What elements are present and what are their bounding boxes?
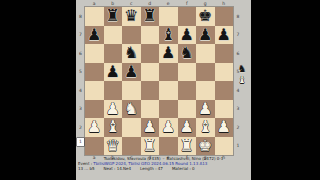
rank-label-7: 7 — [77, 26, 85, 45]
white-to-move-indicator: 1 — [76, 137, 85, 147]
square-f5 — [178, 63, 197, 82]
black-bishop-e7: ♝ — [161, 27, 175, 43]
square-d2: ♟ — [141, 118, 160, 137]
white-pawn-d2: ♟ — [143, 119, 157, 135]
rank-label-1: 1 — [234, 137, 242, 156]
square-b3: ♟ — [104, 100, 123, 119]
square-a4 — [85, 81, 104, 100]
square-h8 — [215, 7, 234, 26]
square-c4 — [122, 81, 141, 100]
file-label-b: b — [104, 1, 123, 7]
square-a7: ♟ — [85, 26, 104, 45]
black-pawn-a7: ♟ — [87, 27, 101, 43]
square-a1 — [85, 137, 104, 156]
square-e7: ♝ — [159, 26, 178, 45]
black-queen-c8: ♛ — [124, 8, 138, 24]
square-g3: ♟ — [196, 100, 215, 119]
rank-labels-left: 87654321 — [77, 7, 85, 155]
square-a2: ♟ — [85, 118, 104, 137]
square-e5 — [159, 63, 178, 82]
square-g8: ♚ — [196, 7, 215, 26]
square-a5 — [85, 63, 104, 82]
square-h5 — [215, 63, 234, 82]
square-b2: ♝ — [104, 118, 123, 137]
black-pawn-e6: ♟ — [161, 45, 175, 61]
white-queen-b1: ♛ — [106, 138, 120, 154]
black-pawn-g7: ♟ — [198, 27, 212, 43]
captured-black-knight-icon: ♞ — [238, 64, 247, 74]
square-c2 — [122, 118, 141, 137]
rank-label-3: 3 — [77, 100, 85, 119]
white-pawn-f2: ♟ — [180, 119, 194, 135]
square-e8 — [159, 7, 178, 26]
square-g5 — [196, 63, 215, 82]
square-f2: ♟ — [178, 118, 197, 137]
rank-label-6: 6 — [234, 44, 242, 63]
left-letterbox — [0, 0, 76, 180]
square-h2: ♟ — [215, 118, 234, 137]
square-g2: ♝ — [196, 118, 215, 137]
square-d3 — [141, 100, 160, 119]
rank-label-5: 5 — [77, 63, 85, 82]
white-pawn-b3: ♟ — [106, 101, 120, 117]
square-g4 — [196, 81, 215, 100]
white-pawn-h2: ♟ — [217, 119, 231, 135]
file-label-c: c — [122, 1, 141, 7]
file-label-d: d — [141, 1, 160, 7]
square-b6 — [104, 44, 123, 63]
black-rook-b8: ♜ — [106, 8, 120, 24]
file-label-e: e — [159, 1, 178, 7]
rank-label-8: 8 — [77, 7, 85, 26]
square-b5: ♟ — [104, 63, 123, 82]
square-h7: ♟ — [215, 26, 234, 45]
square-e2: ♟ — [159, 118, 178, 137]
white-rook-f1: ♜ — [180, 138, 194, 154]
square-d1: ♜ — [141, 137, 160, 156]
square-a3 — [85, 100, 104, 119]
white-pawn-a2: ♟ — [87, 119, 101, 135]
square-c3: ♞ — [122, 100, 141, 119]
square-g7: ♟ — [196, 26, 215, 45]
square-c7 — [122, 26, 141, 45]
captured-white-bishop-icon: ♝ — [238, 75, 247, 85]
square-e4 — [159, 81, 178, 100]
file-labels-top: abcdefgh — [85, 1, 233, 7]
square-f3 — [178, 100, 197, 119]
rank-label-2: 2 — [234, 118, 242, 137]
square-h4 — [215, 81, 234, 100]
square-c8: ♛ — [122, 7, 141, 26]
file-label-f: f — [178, 1, 197, 7]
square-b7 — [104, 26, 123, 45]
square-c6: ♞ — [122, 44, 141, 63]
square-h3 — [215, 100, 234, 119]
square-f4 — [178, 81, 197, 100]
file-label-g: g — [196, 1, 215, 7]
square-e1 — [159, 137, 178, 156]
rank-label-7: 7 — [234, 26, 242, 45]
square-e6: ♟ — [159, 44, 178, 63]
white-bishop-b2: ♝ — [106, 119, 120, 135]
square-b8: ♜ — [104, 7, 123, 26]
material-balance: Material : 0 — [172, 166, 195, 171]
game-caption: Tsolakidou, Stavroula (2435)–Batsiashvil… — [76, 156, 251, 171]
black-knight-f6: ♞ — [180, 45, 194, 61]
black-king-g8: ♚ — [198, 8, 212, 24]
square-h1 — [215, 137, 234, 156]
next-move: Next : 14.Ne4 — [104, 166, 132, 171]
white-king-g1: ♚ — [198, 138, 212, 154]
file-label-a: a — [85, 1, 104, 7]
square-b1: ♛ — [104, 137, 123, 156]
square-f1: ♜ — [178, 137, 197, 156]
square-d4 — [141, 81, 160, 100]
square-d5 — [141, 63, 160, 82]
file-label-h: h — [215, 1, 234, 7]
black-pawn-c5: ♟ — [124, 64, 138, 80]
rank-label-2: 2 — [77, 118, 85, 137]
black-rook-d8: ♜ — [143, 8, 157, 24]
rank-label-3: 3 — [234, 100, 242, 119]
square-f6: ♞ — [178, 44, 197, 63]
rank-label-6: 6 — [77, 44, 85, 63]
black-pawn-h7: ♟ — [217, 27, 231, 43]
chess-board: ♜♛♜♚♟♝♟♟♟♞♟♞♟♟♟♞♟♟♝♟♟♟♝♟♛♜♜♚ — [85, 7, 233, 155]
square-a8 — [85, 7, 104, 26]
square-c1 — [122, 137, 141, 156]
white-knight-c3: ♞ — [124, 101, 138, 117]
square-d8: ♜ — [141, 7, 160, 26]
material-tray: ♞ ♝ — [235, 64, 249, 85]
game-length: Length : 47 — [140, 166, 163, 171]
square-f8 — [178, 7, 197, 26]
rank-label-4: 4 — [77, 81, 85, 100]
square-b4 — [104, 81, 123, 100]
square-d7 — [141, 26, 160, 45]
square-a6 — [85, 44, 104, 63]
square-c5: ♟ — [122, 63, 141, 82]
square-e3 — [159, 100, 178, 119]
rank-label-8: 8 — [234, 7, 242, 26]
black-pawn-f7: ♟ — [180, 27, 194, 43]
last-move: 13 ... b5 — [78, 166, 95, 171]
chessboard-panel: abcdefgh 87654321 ♜♛♜♚♟♝♟♟♟♞♟♞♟♟♟♞♟♟♝♟♟♟… — [76, 0, 251, 180]
white-pawn-e2: ♟ — [161, 119, 175, 135]
right-letterbox — [251, 0, 320, 180]
white-pawn-g3: ♟ — [198, 101, 212, 117]
square-f7: ♟ — [178, 26, 197, 45]
white-bishop-g2: ♝ — [198, 119, 212, 135]
square-g1: ♚ — [196, 137, 215, 156]
black-pawn-b5: ♟ — [106, 64, 120, 80]
white-rook-d1: ♜ — [143, 138, 157, 154]
square-h6 — [215, 44, 234, 63]
stats-line: 13 ... b5 Next : 14.Ne4 Length : 47 Mate… — [76, 166, 251, 171]
square-g6 — [196, 44, 215, 63]
square-d6 — [141, 44, 160, 63]
game-result: 0-1 — [217, 156, 224, 161]
black-knight-c6: ♞ — [124, 45, 138, 61]
